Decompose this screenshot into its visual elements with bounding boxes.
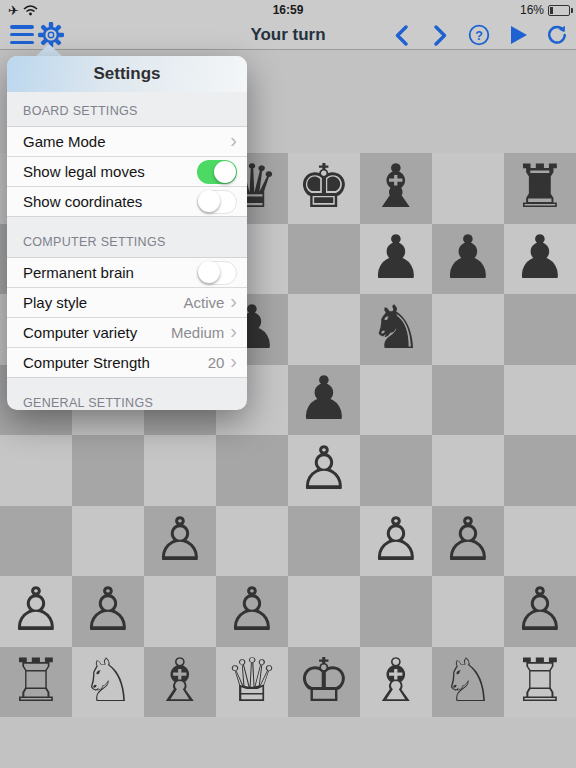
settings-row-show-coordinates[interactable]: Show coordinates <box>7 186 247 216</box>
square-b3[interactable] <box>72 506 144 577</box>
piece-white-bishop: ♗ <box>153 650 207 710</box>
row-value: Medium <box>171 324 224 341</box>
chevron-right-icon[interactable] <box>429 23 451 47</box>
row-value: 20 <box>208 354 225 371</box>
piece-black-pawn: ♟ <box>441 227 495 287</box>
chevron-right-icon: › <box>230 130 237 150</box>
square-a1[interactable]: ♖ <box>0 647 72 718</box>
svg-text:?: ? <box>475 29 483 43</box>
settings-popover: Settings BOARD SETTINGSGame Mode›Show le… <box>7 44 247 410</box>
row-label: Play style <box>23 294 183 311</box>
chevron-left-icon[interactable] <box>390 23 412 47</box>
section-header: COMPUTER SETTINGS <box>7 233 247 251</box>
square-f1[interactable]: ♗ <box>360 647 432 718</box>
app-screen: ✈ 16:59 16% <box>0 0 576 768</box>
square-a3[interactable] <box>0 506 72 577</box>
section-header: GENERAL SETTINGS <box>7 394 247 410</box>
piece-white-knight: ♘ <box>441 650 495 710</box>
row-label: Game Mode <box>23 133 230 150</box>
piece-black-knight: ♞ <box>369 297 423 357</box>
square-a4[interactable] <box>0 435 72 506</box>
row-label: Show legal moves <box>23 163 197 180</box>
chevron-right-icon: › <box>230 321 237 341</box>
square-e1[interactable]: ♔ <box>288 647 360 718</box>
square-f8[interactable]: ♝ <box>360 153 432 224</box>
piece-white-pawn: ♙ <box>441 509 495 569</box>
piece-white-pawn: ♙ <box>153 509 207 569</box>
square-g5[interactable] <box>432 365 504 436</box>
row-label: Computer Strength <box>23 354 208 371</box>
status-bar: ✈ 16:59 16% <box>0 0 576 20</box>
square-g2[interactable] <box>432 576 504 647</box>
toggle-on[interactable] <box>197 160 237 184</box>
play-icon[interactable] <box>507 23 529 47</box>
menu-icon[interactable] <box>10 25 34 44</box>
square-c2[interactable] <box>144 576 216 647</box>
square-e4[interactable]: ♙ <box>288 435 360 506</box>
square-e2[interactable] <box>288 576 360 647</box>
square-d1[interactable]: ♕ <box>216 647 288 718</box>
refresh-icon[interactable] <box>546 23 568 47</box>
row-label: Show coordinates <box>23 193 197 210</box>
settings-section-board-settings: BOARD SETTINGSGame Mode›Show legal moves… <box>7 102 247 217</box>
piece-white-pawn: ♙ <box>225 579 279 639</box>
piece-black-pawn: ♟ <box>297 368 351 428</box>
square-e8[interactable]: ♚ <box>288 153 360 224</box>
piece-white-rook: ♖ <box>513 650 567 710</box>
square-f2[interactable] <box>360 576 432 647</box>
square-b4[interactable] <box>72 435 144 506</box>
square-h1[interactable]: ♖ <box>504 647 576 718</box>
piece-white-pawn: ♙ <box>369 509 423 569</box>
settings-row-play-style[interactable]: Play styleActive› <box>7 287 247 317</box>
settings-row-computer-strength[interactable]: Computer Strength20› <box>7 347 247 377</box>
square-h5[interactable] <box>504 365 576 436</box>
square-d4[interactable] <box>216 435 288 506</box>
battery-percent: 16% <box>520 3 544 17</box>
square-e5[interactable]: ♟ <box>288 365 360 436</box>
square-g8[interactable] <box>432 153 504 224</box>
square-h6[interactable] <box>504 294 576 365</box>
settings-section-general-settings: GENERAL SETTINGS <box>7 394 247 410</box>
chevron-right-icon: › <box>230 291 237 311</box>
piece-white-king: ♔ <box>297 650 351 710</box>
square-g3[interactable]: ♙ <box>432 506 504 577</box>
help-icon[interactable]: ? <box>468 23 490 47</box>
piece-white-queen: ♕ <box>225 650 279 710</box>
piece-white-pawn: ♙ <box>81 579 135 639</box>
piece-black-bishop: ♝ <box>369 156 423 216</box>
piece-white-bishop: ♗ <box>369 650 423 710</box>
status-time: 16:59 <box>0 3 576 17</box>
settings-row-computer-variety[interactable]: Computer varietyMedium› <box>7 317 247 347</box>
square-a2[interactable]: ♙ <box>0 576 72 647</box>
square-g4[interactable] <box>432 435 504 506</box>
settings-row-show-legal-moves[interactable]: Show legal moves <box>7 156 247 186</box>
square-f7[interactable]: ♟ <box>360 224 432 295</box>
square-h8[interactable]: ♜ <box>504 153 576 224</box>
popover-title: Settings <box>7 56 247 92</box>
square-g6[interactable] <box>432 294 504 365</box>
piece-black-king: ♚ <box>297 156 351 216</box>
square-e3[interactable] <box>288 506 360 577</box>
square-d2[interactable]: ♙ <box>216 576 288 647</box>
piece-black-rook: ♜ <box>513 156 567 216</box>
square-h4[interactable] <box>504 435 576 506</box>
square-e7[interactable] <box>288 224 360 295</box>
battery-icon <box>548 5 570 16</box>
square-f3[interactable]: ♙ <box>360 506 432 577</box>
piece-black-pawn: ♟ <box>369 227 423 287</box>
row-label: Computer variety <box>23 324 171 341</box>
top-bar: ✈ 16:59 16% <box>0 0 576 50</box>
square-f5[interactable] <box>360 365 432 436</box>
settings-section-computer-settings: COMPUTER SETTINGSPermanent brainPlay sty… <box>7 233 247 378</box>
toggle-off[interactable] <box>197 190 237 214</box>
square-f6[interactable]: ♞ <box>360 294 432 365</box>
row-label: Permanent brain <box>23 264 197 281</box>
section-header: BOARD SETTINGS <box>7 102 247 120</box>
square-d3[interactable] <box>216 506 288 577</box>
square-h2[interactable]: ♙ <box>504 576 576 647</box>
settings-row-game-mode[interactable]: Game Mode› <box>7 127 247 156</box>
settings-row-permanent-brain[interactable]: Permanent brain <box>7 258 247 287</box>
square-c3[interactable]: ♙ <box>144 506 216 577</box>
chevron-right-icon: › <box>230 351 237 371</box>
square-b1[interactable]: ♘ <box>72 647 144 718</box>
toggle-off[interactable] <box>197 261 237 285</box>
square-h7[interactable]: ♟ <box>504 224 576 295</box>
square-g7[interactable]: ♟ <box>432 224 504 295</box>
row-value: Active <box>183 294 224 311</box>
square-b2[interactable]: ♙ <box>72 576 144 647</box>
piece-black-pawn: ♟ <box>513 227 567 287</box>
square-f4[interactable] <box>360 435 432 506</box>
square-c4[interactable] <box>144 435 216 506</box>
piece-white-pawn: ♙ <box>9 579 63 639</box>
square-e6[interactable] <box>288 294 360 365</box>
piece-white-pawn: ♙ <box>513 579 567 639</box>
piece-white-knight: ♘ <box>81 650 135 710</box>
piece-white-pawn: ♙ <box>297 438 351 498</box>
square-c1[interactable]: ♗ <box>144 647 216 718</box>
square-h3[interactable] <box>504 506 576 577</box>
piece-white-rook: ♖ <box>9 650 63 710</box>
square-g1[interactable]: ♘ <box>432 647 504 718</box>
